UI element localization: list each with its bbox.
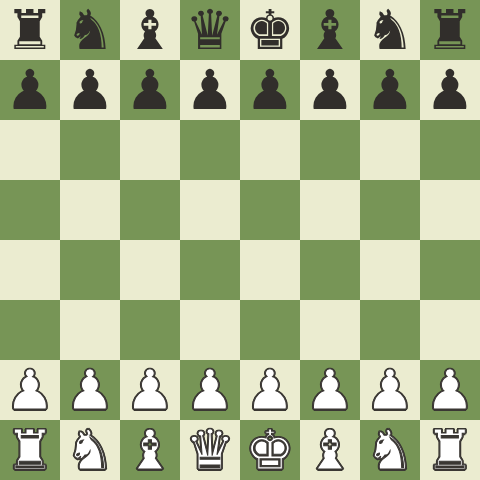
square-b4[interactable] [60, 240, 120, 300]
square-a4[interactable] [0, 240, 60, 300]
piece-black-bishop[interactable]: ♝ [125, 0, 174, 60]
square-b5[interactable] [60, 180, 120, 240]
square-c6[interactable] [120, 120, 180, 180]
square-d8[interactable]: ♛ [180, 0, 240, 60]
square-c7[interactable]: ♟ [120, 60, 180, 120]
square-d2[interactable]: ♟ [180, 360, 240, 420]
square-h6[interactable] [420, 120, 480, 180]
square-g3[interactable] [360, 300, 420, 360]
square-g1[interactable]: ♞ [360, 420, 420, 480]
square-e8[interactable]: ♚ [240, 0, 300, 60]
square-b6[interactable] [60, 120, 120, 180]
square-d1[interactable]: ♛ [180, 420, 240, 480]
square-a1[interactable]: ♜ [0, 420, 60, 480]
piece-black-queen[interactable]: ♛ [185, 0, 234, 60]
piece-white-pawn[interactable]: ♟ [425, 360, 474, 420]
square-c5[interactable] [120, 180, 180, 240]
piece-black-bishop[interactable]: ♝ [305, 0, 354, 60]
square-a7[interactable]: ♟ [0, 60, 60, 120]
square-a3[interactable] [0, 300, 60, 360]
square-c8[interactable]: ♝ [120, 0, 180, 60]
square-h4[interactable] [420, 240, 480, 300]
square-b1[interactable]: ♞ [60, 420, 120, 480]
square-f3[interactable] [300, 300, 360, 360]
square-h2[interactable]: ♟ [420, 360, 480, 420]
piece-white-pawn[interactable]: ♟ [305, 360, 354, 420]
piece-black-king[interactable]: ♚ [245, 0, 294, 60]
square-a2[interactable]: ♟ [0, 360, 60, 420]
square-h5[interactable] [420, 180, 480, 240]
piece-black-pawn[interactable]: ♟ [185, 60, 234, 120]
piece-black-knight[interactable]: ♞ [65, 0, 114, 60]
square-e1[interactable]: ♚ [240, 420, 300, 480]
piece-white-rook[interactable]: ♜ [5, 420, 54, 480]
piece-black-pawn[interactable]: ♟ [65, 60, 114, 120]
piece-black-pawn[interactable]: ♟ [125, 60, 174, 120]
piece-white-knight[interactable]: ♞ [65, 420, 114, 480]
piece-white-rook[interactable]: ♜ [425, 420, 474, 480]
piece-white-pawn[interactable]: ♟ [125, 360, 174, 420]
square-c4[interactable] [120, 240, 180, 300]
square-g5[interactable] [360, 180, 420, 240]
square-d7[interactable]: ♟ [180, 60, 240, 120]
square-g4[interactable] [360, 240, 420, 300]
square-c1[interactable]: ♝ [120, 420, 180, 480]
square-h1[interactable]: ♜ [420, 420, 480, 480]
piece-white-pawn[interactable]: ♟ [365, 360, 414, 420]
piece-white-knight[interactable]: ♞ [365, 420, 414, 480]
square-a6[interactable] [0, 120, 60, 180]
square-h3[interactable] [420, 300, 480, 360]
piece-white-bishop[interactable]: ♝ [305, 420, 354, 480]
square-b8[interactable]: ♞ [60, 0, 120, 60]
square-d4[interactable] [180, 240, 240, 300]
piece-white-king[interactable]: ♚ [245, 420, 294, 480]
square-d5[interactable] [180, 180, 240, 240]
square-f8[interactable]: ♝ [300, 0, 360, 60]
square-e2[interactable]: ♟ [240, 360, 300, 420]
chess-board: ♜♞♝♛♚♝♞♜♟♟♟♟♟♟♟♟♟♟♟♟♟♟♟♟♜♞♝♛♚♝♞♜ [0, 0, 480, 480]
square-f7[interactable]: ♟ [300, 60, 360, 120]
square-f6[interactable] [300, 120, 360, 180]
square-b3[interactable] [60, 300, 120, 360]
piece-white-pawn[interactable]: ♟ [185, 360, 234, 420]
square-e6[interactable] [240, 120, 300, 180]
piece-white-queen[interactable]: ♛ [185, 420, 234, 480]
piece-black-pawn[interactable]: ♟ [365, 60, 414, 120]
square-b7[interactable]: ♟ [60, 60, 120, 120]
piece-black-rook[interactable]: ♜ [5, 0, 54, 60]
piece-black-knight[interactable]: ♞ [365, 0, 414, 60]
piece-white-pawn[interactable]: ♟ [5, 360, 54, 420]
piece-white-pawn[interactable]: ♟ [245, 360, 294, 420]
square-h8[interactable]: ♜ [420, 0, 480, 60]
square-e3[interactable] [240, 300, 300, 360]
square-d6[interactable] [180, 120, 240, 180]
square-a8[interactable]: ♜ [0, 0, 60, 60]
piece-black-rook[interactable]: ♜ [425, 0, 474, 60]
square-g8[interactable]: ♞ [360, 0, 420, 60]
piece-black-pawn[interactable]: ♟ [305, 60, 354, 120]
square-c3[interactable] [120, 300, 180, 360]
square-a5[interactable] [0, 180, 60, 240]
square-f4[interactable] [300, 240, 360, 300]
square-h7[interactable]: ♟ [420, 60, 480, 120]
square-e7[interactable]: ♟ [240, 60, 300, 120]
piece-white-pawn[interactable]: ♟ [65, 360, 114, 420]
square-e4[interactable] [240, 240, 300, 300]
square-f2[interactable]: ♟ [300, 360, 360, 420]
piece-black-pawn[interactable]: ♟ [245, 60, 294, 120]
square-c2[interactable]: ♟ [120, 360, 180, 420]
square-b2[interactable]: ♟ [60, 360, 120, 420]
piece-white-bishop[interactable]: ♝ [125, 420, 174, 480]
square-f1[interactable]: ♝ [300, 420, 360, 480]
piece-black-pawn[interactable]: ♟ [5, 60, 54, 120]
square-e5[interactable] [240, 180, 300, 240]
square-f5[interactable] [300, 180, 360, 240]
piece-black-pawn[interactable]: ♟ [425, 60, 474, 120]
square-g7[interactable]: ♟ [360, 60, 420, 120]
square-d3[interactable] [180, 300, 240, 360]
square-g6[interactable] [360, 120, 420, 180]
square-g2[interactable]: ♟ [360, 360, 420, 420]
